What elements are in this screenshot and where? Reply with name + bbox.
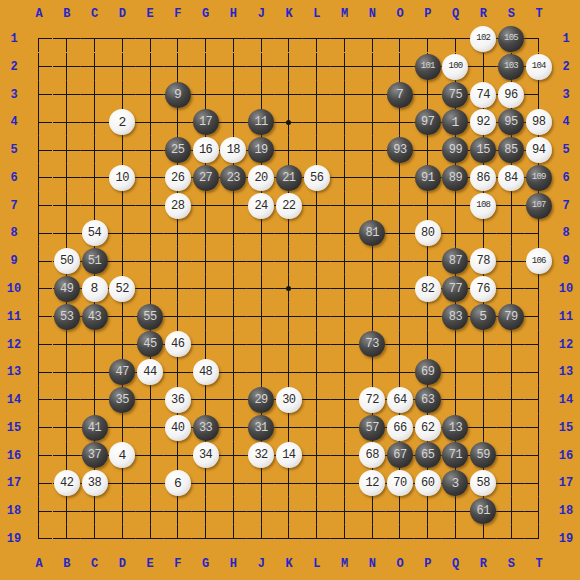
point-B18[interactable] <box>53 497 81 525</box>
point-O9[interactable] <box>386 247 414 275</box>
point-F2[interactable] <box>164 53 192 81</box>
point-H13[interactable] <box>219 358 247 386</box>
point-C11[interactable]: 43 <box>81 303 109 331</box>
point-K4[interactable] <box>275 108 303 136</box>
point-F8[interactable] <box>164 219 192 247</box>
point-G1[interactable] <box>192 25 220 53</box>
point-S14[interactable] <box>497 386 525 414</box>
point-Q19[interactable] <box>442 525 470 553</box>
point-S3[interactable]: 96 <box>497 81 525 109</box>
point-P5[interactable] <box>414 136 442 164</box>
point-T6[interactable]: 109 <box>525 164 553 192</box>
point-M19[interactable] <box>331 525 359 553</box>
point-S8[interactable] <box>497 219 525 247</box>
point-K2[interactable] <box>275 53 303 81</box>
point-R9[interactable]: 78 <box>469 247 497 275</box>
point-J2[interactable] <box>247 53 275 81</box>
point-Q1[interactable] <box>442 25 470 53</box>
point-E8[interactable] <box>136 219 164 247</box>
point-E10[interactable] <box>136 275 164 303</box>
point-C14[interactable] <box>81 386 109 414</box>
point-B8[interactable] <box>53 219 81 247</box>
point-D11[interactable] <box>108 303 136 331</box>
point-N11[interactable] <box>358 303 386 331</box>
point-P19[interactable] <box>414 525 442 553</box>
point-O11[interactable] <box>386 303 414 331</box>
point-T14[interactable] <box>525 386 553 414</box>
point-Q12[interactable] <box>442 331 470 359</box>
point-P7[interactable] <box>414 192 442 220</box>
point-O3[interactable]: 7 <box>386 81 414 109</box>
point-R6[interactable]: 86 <box>469 164 497 192</box>
point-S4[interactable]: 95 <box>497 108 525 136</box>
point-L4[interactable] <box>303 108 331 136</box>
point-H16[interactable] <box>219 442 247 470</box>
point-G16[interactable]: 34 <box>192 442 220 470</box>
point-Q3[interactable]: 75 <box>442 81 470 109</box>
point-M9[interactable] <box>331 247 359 275</box>
point-N6[interactable] <box>358 164 386 192</box>
point-B3[interactable] <box>53 81 81 109</box>
point-M7[interactable] <box>331 192 359 220</box>
point-N1[interactable] <box>358 25 386 53</box>
point-G18[interactable] <box>192 497 220 525</box>
point-O8[interactable] <box>386 219 414 247</box>
point-H6[interactable]: 23 <box>219 164 247 192</box>
point-G10[interactable] <box>192 275 220 303</box>
point-L16[interactable] <box>303 442 331 470</box>
point-M17[interactable] <box>331 469 359 497</box>
point-L12[interactable] <box>303 331 331 359</box>
point-S10[interactable] <box>497 275 525 303</box>
point-L14[interactable] <box>303 386 331 414</box>
point-P17[interactable]: 60 <box>414 469 442 497</box>
point-N2[interactable] <box>358 53 386 81</box>
point-J10[interactable] <box>247 275 275 303</box>
point-G6[interactable]: 27 <box>192 164 220 192</box>
point-E2[interactable] <box>136 53 164 81</box>
go-board-grid[interactable]: 1021051011001031049775749621711971929598… <box>25 25 553 553</box>
point-L13[interactable] <box>303 358 331 386</box>
point-O13[interactable] <box>386 358 414 386</box>
point-P14[interactable]: 63 <box>414 386 442 414</box>
point-K12[interactable] <box>275 331 303 359</box>
point-M12[interactable] <box>331 331 359 359</box>
point-K10[interactable] <box>275 275 303 303</box>
point-K3[interactable] <box>275 81 303 109</box>
point-A2[interactable] <box>25 53 53 81</box>
point-Q8[interactable] <box>442 219 470 247</box>
point-N16[interactable]: 68 <box>358 442 386 470</box>
point-F18[interactable] <box>164 497 192 525</box>
point-T1[interactable] <box>525 25 553 53</box>
point-J9[interactable] <box>247 247 275 275</box>
point-F3[interactable]: 9 <box>164 81 192 109</box>
point-L10[interactable] <box>303 275 331 303</box>
point-B12[interactable] <box>53 331 81 359</box>
point-N9[interactable] <box>358 247 386 275</box>
point-K9[interactable] <box>275 247 303 275</box>
point-H2[interactable] <box>219 53 247 81</box>
point-B1[interactable] <box>53 25 81 53</box>
point-J18[interactable] <box>247 497 275 525</box>
point-E9[interactable] <box>136 247 164 275</box>
point-N10[interactable] <box>358 275 386 303</box>
point-S6[interactable]: 84 <box>497 164 525 192</box>
point-L6[interactable]: 56 <box>303 164 331 192</box>
point-G5[interactable]: 16 <box>192 136 220 164</box>
point-C9[interactable]: 51 <box>81 247 109 275</box>
point-B11[interactable]: 53 <box>53 303 81 331</box>
point-A12[interactable] <box>25 331 53 359</box>
point-L17[interactable] <box>303 469 331 497</box>
point-A14[interactable] <box>25 386 53 414</box>
point-C8[interactable]: 54 <box>81 219 109 247</box>
point-O15[interactable]: 66 <box>386 414 414 442</box>
point-E17[interactable] <box>136 469 164 497</box>
point-C12[interactable] <box>81 331 109 359</box>
point-C3[interactable] <box>81 81 109 109</box>
point-P6[interactable]: 91 <box>414 164 442 192</box>
point-E19[interactable] <box>136 525 164 553</box>
point-F1[interactable] <box>164 25 192 53</box>
point-Q5[interactable]: 99 <box>442 136 470 164</box>
point-R8[interactable] <box>469 219 497 247</box>
point-L7[interactable] <box>303 192 331 220</box>
point-D19[interactable] <box>108 525 136 553</box>
point-B15[interactable] <box>53 414 81 442</box>
point-D7[interactable] <box>108 192 136 220</box>
point-G7[interactable] <box>192 192 220 220</box>
point-D12[interactable] <box>108 331 136 359</box>
point-P10[interactable]: 82 <box>414 275 442 303</box>
point-B5[interactable] <box>53 136 81 164</box>
point-K13[interactable] <box>275 358 303 386</box>
point-E14[interactable] <box>136 386 164 414</box>
point-B14[interactable] <box>53 386 81 414</box>
point-M18[interactable] <box>331 497 359 525</box>
point-O17[interactable]: 70 <box>386 469 414 497</box>
point-A8[interactable] <box>25 219 53 247</box>
point-F14[interactable]: 36 <box>164 386 192 414</box>
point-P1[interactable] <box>414 25 442 53</box>
point-F17[interactable]: 6 <box>164 469 192 497</box>
point-E12[interactable]: 45 <box>136 331 164 359</box>
point-G12[interactable] <box>192 331 220 359</box>
point-H5[interactable]: 18 <box>219 136 247 164</box>
point-D4[interactable]: 2 <box>108 108 136 136</box>
point-S1[interactable]: 105 <box>497 25 525 53</box>
point-K17[interactable] <box>275 469 303 497</box>
point-R11[interactable]: 5 <box>469 303 497 331</box>
point-A7[interactable] <box>25 192 53 220</box>
point-J17[interactable] <box>247 469 275 497</box>
point-K7[interactable]: 22 <box>275 192 303 220</box>
point-F16[interactable] <box>164 442 192 470</box>
point-T15[interactable] <box>525 414 553 442</box>
point-R17[interactable]: 58 <box>469 469 497 497</box>
point-E11[interactable]: 55 <box>136 303 164 331</box>
point-R4[interactable]: 92 <box>469 108 497 136</box>
point-P13[interactable]: 69 <box>414 358 442 386</box>
point-E1[interactable] <box>136 25 164 53</box>
point-S2[interactable]: 103 <box>497 53 525 81</box>
point-P12[interactable] <box>414 331 442 359</box>
point-O7[interactable] <box>386 192 414 220</box>
point-G4[interactable]: 17 <box>192 108 220 136</box>
point-A13[interactable] <box>25 358 53 386</box>
point-J19[interactable] <box>247 525 275 553</box>
point-G2[interactable] <box>192 53 220 81</box>
point-H11[interactable] <box>219 303 247 331</box>
point-H4[interactable] <box>219 108 247 136</box>
point-K15[interactable] <box>275 414 303 442</box>
point-G19[interactable] <box>192 525 220 553</box>
point-J11[interactable] <box>247 303 275 331</box>
point-H18[interactable] <box>219 497 247 525</box>
point-F9[interactable] <box>164 247 192 275</box>
point-N7[interactable] <box>358 192 386 220</box>
point-H7[interactable] <box>219 192 247 220</box>
point-R5[interactable]: 15 <box>469 136 497 164</box>
point-R3[interactable]: 74 <box>469 81 497 109</box>
point-J5[interactable]: 19 <box>247 136 275 164</box>
point-B17[interactable]: 42 <box>53 469 81 497</box>
point-T9[interactable]: 106 <box>525 247 553 275</box>
point-F13[interactable] <box>164 358 192 386</box>
point-D6[interactable]: 10 <box>108 164 136 192</box>
point-L1[interactable] <box>303 25 331 53</box>
point-L2[interactable] <box>303 53 331 81</box>
point-N15[interactable]: 57 <box>358 414 386 442</box>
point-L19[interactable] <box>303 525 331 553</box>
point-K6[interactable]: 21 <box>275 164 303 192</box>
point-H10[interactable] <box>219 275 247 303</box>
point-M3[interactable] <box>331 81 359 109</box>
point-P9[interactable] <box>414 247 442 275</box>
point-L11[interactable] <box>303 303 331 331</box>
point-T18[interactable] <box>525 497 553 525</box>
point-F6[interactable]: 26 <box>164 164 192 192</box>
point-D14[interactable]: 35 <box>108 386 136 414</box>
point-S11[interactable]: 79 <box>497 303 525 331</box>
point-S5[interactable]: 85 <box>497 136 525 164</box>
point-K14[interactable]: 30 <box>275 386 303 414</box>
point-M8[interactable] <box>331 219 359 247</box>
point-D8[interactable] <box>108 219 136 247</box>
point-Q15[interactable]: 13 <box>442 414 470 442</box>
point-G9[interactable] <box>192 247 220 275</box>
point-K16[interactable]: 14 <box>275 442 303 470</box>
point-F15[interactable]: 40 <box>164 414 192 442</box>
point-B4[interactable] <box>53 108 81 136</box>
point-B6[interactable] <box>53 164 81 192</box>
point-O5[interactable]: 93 <box>386 136 414 164</box>
point-A11[interactable] <box>25 303 53 331</box>
point-S15[interactable] <box>497 414 525 442</box>
point-N13[interactable] <box>358 358 386 386</box>
point-B2[interactable] <box>53 53 81 81</box>
point-Q10[interactable]: 77 <box>442 275 470 303</box>
point-T2[interactable]: 104 <box>525 53 553 81</box>
point-C16[interactable]: 37 <box>81 442 109 470</box>
point-M11[interactable] <box>331 303 359 331</box>
point-C2[interactable] <box>81 53 109 81</box>
point-A10[interactable] <box>25 275 53 303</box>
point-C17[interactable]: 38 <box>81 469 109 497</box>
point-K18[interactable] <box>275 497 303 525</box>
point-S18[interactable] <box>497 497 525 525</box>
point-D13[interactable]: 47 <box>108 358 136 386</box>
point-P4[interactable]: 97 <box>414 108 442 136</box>
point-L15[interactable] <box>303 414 331 442</box>
point-A6[interactable] <box>25 164 53 192</box>
point-O18[interactable] <box>386 497 414 525</box>
point-L9[interactable] <box>303 247 331 275</box>
point-A18[interactable] <box>25 497 53 525</box>
point-J13[interactable] <box>247 358 275 386</box>
point-G11[interactable] <box>192 303 220 331</box>
point-A9[interactable] <box>25 247 53 275</box>
point-J4[interactable]: 11 <box>247 108 275 136</box>
point-D17[interactable] <box>108 469 136 497</box>
point-D2[interactable] <box>108 53 136 81</box>
point-R19[interactable] <box>469 525 497 553</box>
point-K5[interactable] <box>275 136 303 164</box>
point-C6[interactable] <box>81 164 109 192</box>
point-C13[interactable] <box>81 358 109 386</box>
point-D1[interactable] <box>108 25 136 53</box>
point-S16[interactable] <box>497 442 525 470</box>
point-S19[interactable] <box>497 525 525 553</box>
point-F5[interactable]: 25 <box>164 136 192 164</box>
point-Q17[interactable]: 3 <box>442 469 470 497</box>
point-J6[interactable]: 20 <box>247 164 275 192</box>
point-H17[interactable] <box>219 469 247 497</box>
point-P16[interactable]: 65 <box>414 442 442 470</box>
point-J8[interactable] <box>247 219 275 247</box>
point-T13[interactable] <box>525 358 553 386</box>
point-G13[interactable]: 48 <box>192 358 220 386</box>
point-M10[interactable] <box>331 275 359 303</box>
point-K1[interactable] <box>275 25 303 53</box>
point-T11[interactable] <box>525 303 553 331</box>
point-E7[interactable] <box>136 192 164 220</box>
point-O1[interactable] <box>386 25 414 53</box>
point-B16[interactable] <box>53 442 81 470</box>
point-E6[interactable] <box>136 164 164 192</box>
point-R16[interactable]: 59 <box>469 442 497 470</box>
point-L5[interactable] <box>303 136 331 164</box>
point-C10[interactable]: 8 <box>81 275 109 303</box>
point-H15[interactable] <box>219 414 247 442</box>
point-A1[interactable] <box>25 25 53 53</box>
point-O6[interactable] <box>386 164 414 192</box>
point-J1[interactable] <box>247 25 275 53</box>
point-H8[interactable] <box>219 219 247 247</box>
point-S17[interactable] <box>497 469 525 497</box>
point-C15[interactable]: 41 <box>81 414 109 442</box>
point-R7[interactable]: 108 <box>469 192 497 220</box>
point-R1[interactable]: 102 <box>469 25 497 53</box>
point-Q7[interactable] <box>442 192 470 220</box>
point-T17[interactable] <box>525 469 553 497</box>
point-P3[interactable] <box>414 81 442 109</box>
point-S7[interactable] <box>497 192 525 220</box>
point-C18[interactable] <box>81 497 109 525</box>
point-E13[interactable]: 44 <box>136 358 164 386</box>
point-O10[interactable] <box>386 275 414 303</box>
point-T3[interactable] <box>525 81 553 109</box>
point-D16[interactable]: 4 <box>108 442 136 470</box>
point-T19[interactable] <box>525 525 553 553</box>
point-O19[interactable] <box>386 525 414 553</box>
point-H9[interactable] <box>219 247 247 275</box>
point-H1[interactable] <box>219 25 247 53</box>
point-M1[interactable] <box>331 25 359 53</box>
point-T10[interactable] <box>525 275 553 303</box>
point-S13[interactable] <box>497 358 525 386</box>
point-T7[interactable]: 107 <box>525 192 553 220</box>
point-N3[interactable] <box>358 81 386 109</box>
point-E15[interactable] <box>136 414 164 442</box>
point-S9[interactable] <box>497 247 525 275</box>
point-M14[interactable] <box>331 386 359 414</box>
point-Q16[interactable]: 71 <box>442 442 470 470</box>
point-A16[interactable] <box>25 442 53 470</box>
point-R12[interactable] <box>469 331 497 359</box>
point-L8[interactable] <box>303 219 331 247</box>
point-T16[interactable] <box>525 442 553 470</box>
point-F10[interactable] <box>164 275 192 303</box>
point-J3[interactable] <box>247 81 275 109</box>
point-Q6[interactable]: 89 <box>442 164 470 192</box>
point-J7[interactable]: 24 <box>247 192 275 220</box>
point-F12[interactable]: 46 <box>164 331 192 359</box>
point-N17[interactable]: 12 <box>358 469 386 497</box>
point-J16[interactable]: 32 <box>247 442 275 470</box>
point-E4[interactable] <box>136 108 164 136</box>
point-O12[interactable] <box>386 331 414 359</box>
point-A4[interactable] <box>25 108 53 136</box>
point-D9[interactable] <box>108 247 136 275</box>
point-L3[interactable] <box>303 81 331 109</box>
point-G3[interactable] <box>192 81 220 109</box>
point-P18[interactable] <box>414 497 442 525</box>
point-R13[interactable] <box>469 358 497 386</box>
point-A19[interactable] <box>25 525 53 553</box>
point-C1[interactable] <box>81 25 109 53</box>
point-E3[interactable] <box>136 81 164 109</box>
point-N14[interactable]: 72 <box>358 386 386 414</box>
point-N5[interactable] <box>358 136 386 164</box>
point-D10[interactable]: 52 <box>108 275 136 303</box>
point-P15[interactable]: 62 <box>414 414 442 442</box>
point-G17[interactable] <box>192 469 220 497</box>
point-H14[interactable] <box>219 386 247 414</box>
point-Q2[interactable]: 100 <box>442 53 470 81</box>
point-H3[interactable] <box>219 81 247 109</box>
point-G15[interactable]: 33 <box>192 414 220 442</box>
point-H19[interactable] <box>219 525 247 553</box>
point-Q11[interactable]: 83 <box>442 303 470 331</box>
point-R14[interactable] <box>469 386 497 414</box>
point-D3[interactable] <box>108 81 136 109</box>
point-E5[interactable] <box>136 136 164 164</box>
point-R18[interactable]: 61 <box>469 497 497 525</box>
point-B9[interactable]: 50 <box>53 247 81 275</box>
point-J15[interactable]: 31 <box>247 414 275 442</box>
